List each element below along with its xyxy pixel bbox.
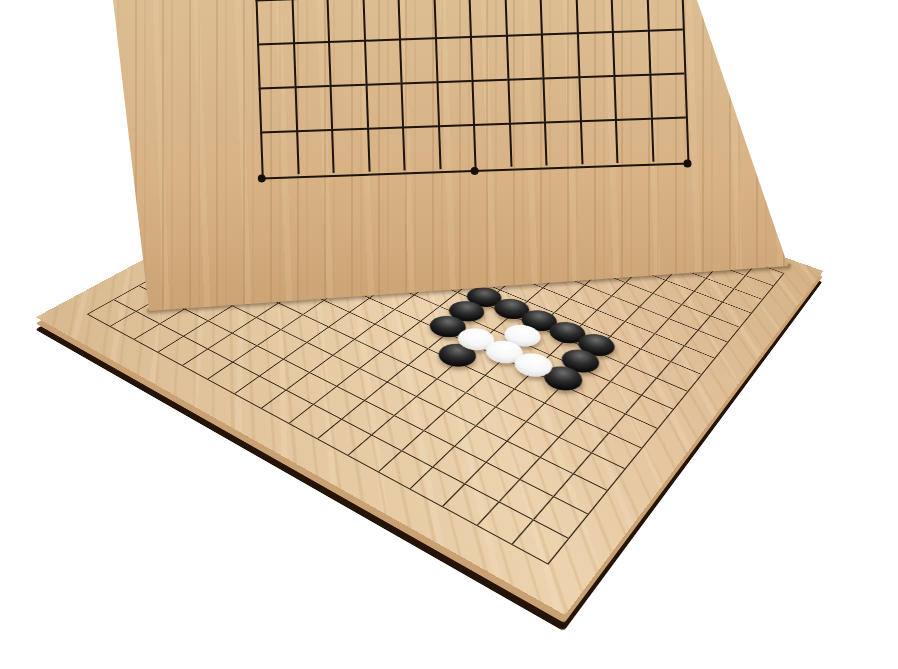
grid-cell	[260, 130, 297, 175]
grid-cell	[293, 41, 330, 86]
grid-cell	[291, 0, 328, 42]
grid-cell	[471, 79, 508, 124]
grid-cell	[507, 78, 544, 123]
grid-cell	[367, 126, 404, 171]
grid-cell	[646, 0, 683, 30]
grid-cell	[649, 73, 686, 118]
grid-cell	[436, 80, 473, 125]
grid-cell	[508, 122, 545, 167]
grid-cell	[504, 0, 541, 35]
grid-cell	[438, 124, 475, 169]
grid-cell	[544, 120, 581, 165]
grid-cell	[401, 81, 438, 126]
grid-cell	[330, 84, 367, 129]
grid-cell	[433, 0, 470, 37]
edge-dot-right	[683, 159, 691, 167]
grid-cell	[363, 39, 400, 84]
grid-cell	[365, 82, 402, 127]
grid-cell	[397, 0, 434, 39]
grid-cell	[650, 117, 687, 162]
grid-cell	[615, 118, 652, 163]
grid-cell	[541, 32, 578, 77]
grid-cell	[579, 119, 616, 164]
grid-cell	[470, 35, 507, 80]
grid-cell	[612, 30, 649, 75]
grid-cell	[613, 74, 650, 119]
grid-cell	[610, 0, 647, 31]
grid-cell	[294, 85, 331, 130]
grid-cell	[257, 42, 294, 87]
grid-cell	[399, 37, 436, 82]
grid-cell	[505, 34, 542, 79]
grid-cell	[434, 36, 471, 81]
product-photo-scene: { "scene_description": "Product photogra…	[0, 0, 898, 669]
grid-cell	[576, 31, 613, 76]
grid-cell	[578, 75, 615, 120]
grid-cell	[402, 125, 439, 170]
grid-cell	[473, 123, 510, 168]
grid-cell	[362, 0, 399, 40]
grid-cell	[259, 86, 296, 131]
standing-board-grid	[252, 0, 689, 179]
grid-cell	[296, 129, 333, 174]
grid-cell	[326, 0, 363, 41]
edge-dot-center	[471, 167, 479, 175]
grid-cell	[331, 128, 368, 173]
grid-cell	[256, 0, 293, 43]
grid-cell	[575, 0, 612, 32]
grid-cell	[539, 0, 576, 34]
grid-cell	[647, 29, 684, 74]
grid-cell	[542, 76, 579, 121]
grid-cell	[328, 40, 365, 85]
grid-cell	[468, 0, 505, 36]
edge-dot-left	[258, 174, 266, 182]
